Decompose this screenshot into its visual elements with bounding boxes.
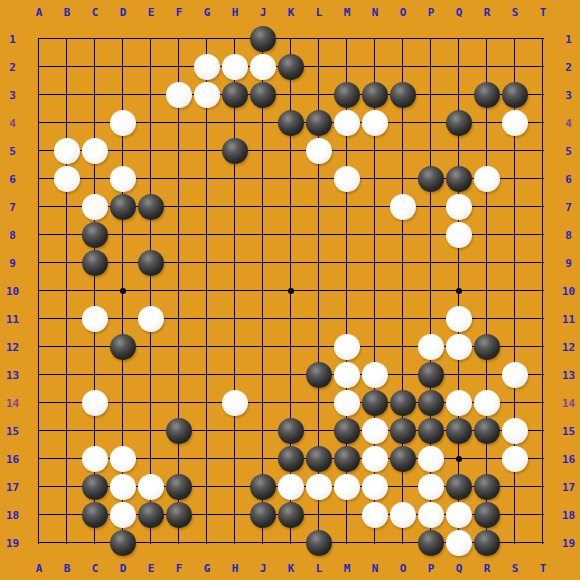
intersection-H3[interactable] xyxy=(221,81,249,109)
intersection-A2[interactable] xyxy=(25,53,53,81)
intersection-E7[interactable] xyxy=(137,193,165,221)
intersection-K12[interactable] xyxy=(277,333,305,361)
intersection-C14[interactable] xyxy=(81,389,109,417)
intersection-L11[interactable] xyxy=(305,305,333,333)
intersection-C12[interactable] xyxy=(81,333,109,361)
intersection-G14[interactable] xyxy=(193,389,221,417)
intersection-S11[interactable] xyxy=(501,305,529,333)
intersection-S8[interactable] xyxy=(501,221,529,249)
intersection-J8[interactable] xyxy=(249,221,277,249)
intersection-S2[interactable] xyxy=(501,53,529,81)
intersection-G17[interactable] xyxy=(193,473,221,501)
intersection-E19[interactable] xyxy=(137,529,165,557)
intersection-L9[interactable] xyxy=(305,249,333,277)
intersection-C3[interactable] xyxy=(81,81,109,109)
intersection-R18[interactable] xyxy=(473,501,501,529)
intersection-J15[interactable] xyxy=(249,417,277,445)
intersection-R12[interactable] xyxy=(473,333,501,361)
intersection-B4[interactable] xyxy=(53,109,81,137)
intersection-N2[interactable] xyxy=(361,53,389,81)
intersection-H7[interactable] xyxy=(221,193,249,221)
intersection-R19[interactable] xyxy=(473,529,501,557)
intersection-P9[interactable] xyxy=(417,249,445,277)
intersection-C19[interactable] xyxy=(81,529,109,557)
intersection-R11[interactable] xyxy=(473,305,501,333)
intersection-F4[interactable] xyxy=(165,109,193,137)
intersection-F9[interactable] xyxy=(165,249,193,277)
intersection-L19[interactable] xyxy=(305,529,333,557)
intersection-E3[interactable] xyxy=(137,81,165,109)
intersection-M5[interactable] xyxy=(333,137,361,165)
intersection-N18[interactable] xyxy=(361,501,389,529)
intersection-M15[interactable] xyxy=(333,417,361,445)
intersection-R2[interactable] xyxy=(473,53,501,81)
intersection-E6[interactable] xyxy=(137,165,165,193)
intersection-C17[interactable] xyxy=(81,473,109,501)
intersection-M16[interactable] xyxy=(333,445,361,473)
intersection-J12[interactable] xyxy=(249,333,277,361)
intersection-D3[interactable] xyxy=(109,81,137,109)
intersection-B6[interactable] xyxy=(53,165,81,193)
intersection-N9[interactable] xyxy=(361,249,389,277)
intersection-N14[interactable] xyxy=(361,389,389,417)
intersection-P3[interactable] xyxy=(417,81,445,109)
intersection-N17[interactable] xyxy=(361,473,389,501)
intersection-Q6[interactable] xyxy=(445,165,473,193)
intersection-O7[interactable] xyxy=(389,193,417,221)
intersection-Q5[interactable] xyxy=(445,137,473,165)
intersection-D10[interactable] xyxy=(109,277,137,305)
intersection-P14[interactable] xyxy=(417,389,445,417)
intersection-K6[interactable] xyxy=(277,165,305,193)
intersection-S7[interactable] xyxy=(501,193,529,221)
intersection-O13[interactable] xyxy=(389,361,417,389)
intersection-A14[interactable] xyxy=(25,389,53,417)
intersection-R9[interactable] xyxy=(473,249,501,277)
intersection-M3[interactable] xyxy=(333,81,361,109)
intersection-C2[interactable] xyxy=(81,53,109,81)
intersection-M2[interactable] xyxy=(333,53,361,81)
intersection-G12[interactable] xyxy=(193,333,221,361)
intersection-A3[interactable] xyxy=(25,81,53,109)
intersection-A6[interactable] xyxy=(25,165,53,193)
intersection-S17[interactable] xyxy=(501,473,529,501)
intersection-M18[interactable] xyxy=(333,501,361,529)
intersection-B18[interactable] xyxy=(53,501,81,529)
intersection-C16[interactable] xyxy=(81,445,109,473)
intersection-F17[interactable] xyxy=(165,473,193,501)
intersection-T14[interactable] xyxy=(529,389,557,417)
intersection-S16[interactable] xyxy=(501,445,529,473)
intersection-F19[interactable] xyxy=(165,529,193,557)
intersection-P18[interactable] xyxy=(417,501,445,529)
intersection-T3[interactable] xyxy=(529,81,557,109)
intersection-O3[interactable] xyxy=(389,81,417,109)
intersection-P13[interactable] xyxy=(417,361,445,389)
intersection-P19[interactable] xyxy=(417,529,445,557)
intersection-B12[interactable] xyxy=(53,333,81,361)
intersection-E8[interactable] xyxy=(137,221,165,249)
intersection-Q7[interactable] xyxy=(445,193,473,221)
intersection-M17[interactable] xyxy=(333,473,361,501)
intersection-S13[interactable] xyxy=(501,361,529,389)
intersection-O17[interactable] xyxy=(389,473,417,501)
intersection-H4[interactable] xyxy=(221,109,249,137)
intersection-D5[interactable] xyxy=(109,137,137,165)
intersection-O14[interactable] xyxy=(389,389,417,417)
intersection-F2[interactable] xyxy=(165,53,193,81)
intersection-A11[interactable] xyxy=(25,305,53,333)
intersection-N12[interactable] xyxy=(361,333,389,361)
intersection-F3[interactable] xyxy=(165,81,193,109)
intersection-K16[interactable] xyxy=(277,445,305,473)
intersection-F1[interactable] xyxy=(165,25,193,53)
intersection-G7[interactable] xyxy=(193,193,221,221)
intersection-N6[interactable] xyxy=(361,165,389,193)
intersection-D15[interactable] xyxy=(109,417,137,445)
intersection-N1[interactable] xyxy=(361,25,389,53)
intersection-G13[interactable] xyxy=(193,361,221,389)
intersection-K2[interactable] xyxy=(277,53,305,81)
intersection-S6[interactable] xyxy=(501,165,529,193)
intersection-Q14[interactable] xyxy=(445,389,473,417)
intersection-M9[interactable] xyxy=(333,249,361,277)
intersection-T16[interactable] xyxy=(529,445,557,473)
intersection-J18[interactable] xyxy=(249,501,277,529)
intersection-R13[interactable] xyxy=(473,361,501,389)
intersection-L7[interactable] xyxy=(305,193,333,221)
intersection-F18[interactable] xyxy=(165,501,193,529)
intersection-B19[interactable] xyxy=(53,529,81,557)
intersection-H1[interactable] xyxy=(221,25,249,53)
intersection-L1[interactable] xyxy=(305,25,333,53)
intersection-S3[interactable] xyxy=(501,81,529,109)
intersection-O1[interactable] xyxy=(389,25,417,53)
intersection-E1[interactable] xyxy=(137,25,165,53)
intersection-R15[interactable] xyxy=(473,417,501,445)
intersection-F8[interactable] xyxy=(165,221,193,249)
intersection-O8[interactable] xyxy=(389,221,417,249)
intersection-K9[interactable] xyxy=(277,249,305,277)
intersection-G15[interactable] xyxy=(193,417,221,445)
intersection-C7[interactable] xyxy=(81,193,109,221)
intersection-M1[interactable] xyxy=(333,25,361,53)
intersection-A1[interactable] xyxy=(25,25,53,53)
intersection-R6[interactable] xyxy=(473,165,501,193)
intersection-M10[interactable] xyxy=(333,277,361,305)
intersection-P10[interactable] xyxy=(417,277,445,305)
intersection-K17[interactable] xyxy=(277,473,305,501)
intersection-Q1[interactable] xyxy=(445,25,473,53)
intersection-R8[interactable] xyxy=(473,221,501,249)
intersection-J5[interactable] xyxy=(249,137,277,165)
intersection-J4[interactable] xyxy=(249,109,277,137)
intersection-G4[interactable] xyxy=(193,109,221,137)
intersection-G1[interactable] xyxy=(193,25,221,53)
intersection-M8[interactable] xyxy=(333,221,361,249)
intersection-C13[interactable] xyxy=(81,361,109,389)
intersection-D17[interactable] xyxy=(109,473,137,501)
intersection-P4[interactable] xyxy=(417,109,445,137)
intersection-K15[interactable] xyxy=(277,417,305,445)
intersection-L13[interactable] xyxy=(305,361,333,389)
intersection-M14[interactable] xyxy=(333,389,361,417)
intersection-T1[interactable] xyxy=(529,25,557,53)
intersection-D6[interactable] xyxy=(109,165,137,193)
intersection-N15[interactable] xyxy=(361,417,389,445)
intersection-P6[interactable] xyxy=(417,165,445,193)
intersection-B8[interactable] xyxy=(53,221,81,249)
intersection-F16[interactable] xyxy=(165,445,193,473)
intersection-R1[interactable] xyxy=(473,25,501,53)
intersection-H12[interactable] xyxy=(221,333,249,361)
intersection-A16[interactable] xyxy=(25,445,53,473)
intersection-T5[interactable] xyxy=(529,137,557,165)
intersection-N4[interactable] xyxy=(361,109,389,137)
intersection-F14[interactable] xyxy=(165,389,193,417)
intersection-K13[interactable] xyxy=(277,361,305,389)
intersection-C9[interactable] xyxy=(81,249,109,277)
intersection-L16[interactable] xyxy=(305,445,333,473)
intersection-T9[interactable] xyxy=(529,249,557,277)
intersection-K11[interactable] xyxy=(277,305,305,333)
intersection-A8[interactable] xyxy=(25,221,53,249)
intersection-G6[interactable] xyxy=(193,165,221,193)
intersection-E2[interactable] xyxy=(137,53,165,81)
intersection-Q13[interactable] xyxy=(445,361,473,389)
intersection-G16[interactable] xyxy=(193,445,221,473)
intersection-L12[interactable] xyxy=(305,333,333,361)
intersection-R5[interactable] xyxy=(473,137,501,165)
intersection-O5[interactable] xyxy=(389,137,417,165)
intersection-B5[interactable] xyxy=(53,137,81,165)
intersection-D1[interactable] xyxy=(109,25,137,53)
intersection-C10[interactable] xyxy=(81,277,109,305)
intersection-A13[interactable] xyxy=(25,361,53,389)
intersection-S5[interactable] xyxy=(501,137,529,165)
intersection-H11[interactable] xyxy=(221,305,249,333)
intersection-H13[interactable] xyxy=(221,361,249,389)
intersection-H16[interactable] xyxy=(221,445,249,473)
intersection-E4[interactable] xyxy=(137,109,165,137)
intersection-T11[interactable] xyxy=(529,305,557,333)
intersection-L15[interactable] xyxy=(305,417,333,445)
intersection-K18[interactable] xyxy=(277,501,305,529)
intersection-H2[interactable] xyxy=(221,53,249,81)
intersection-M6[interactable] xyxy=(333,165,361,193)
intersection-T8[interactable] xyxy=(529,221,557,249)
intersection-P12[interactable] xyxy=(417,333,445,361)
intersection-T4[interactable] xyxy=(529,109,557,137)
intersection-H9[interactable] xyxy=(221,249,249,277)
intersection-T2[interactable] xyxy=(529,53,557,81)
intersection-G3[interactable] xyxy=(193,81,221,109)
intersection-H8[interactable] xyxy=(221,221,249,249)
intersection-Q10[interactable] xyxy=(445,277,473,305)
intersection-R17[interactable] xyxy=(473,473,501,501)
intersection-E5[interactable] xyxy=(137,137,165,165)
intersection-P17[interactable] xyxy=(417,473,445,501)
intersection-A12[interactable] xyxy=(25,333,53,361)
intersection-Q11[interactable] xyxy=(445,305,473,333)
intersection-T15[interactable] xyxy=(529,417,557,445)
intersection-L10[interactable] xyxy=(305,277,333,305)
intersection-H6[interactable] xyxy=(221,165,249,193)
intersection-L8[interactable] xyxy=(305,221,333,249)
intersection-A7[interactable] xyxy=(25,193,53,221)
intersection-M12[interactable] xyxy=(333,333,361,361)
intersection-Q8[interactable] xyxy=(445,221,473,249)
intersection-D19[interactable] xyxy=(109,529,137,557)
intersection-Q2[interactable] xyxy=(445,53,473,81)
intersection-L3[interactable] xyxy=(305,81,333,109)
intersection-F15[interactable] xyxy=(165,417,193,445)
intersection-A17[interactable] xyxy=(25,473,53,501)
intersection-S1[interactable] xyxy=(501,25,529,53)
intersection-T10[interactable] xyxy=(529,277,557,305)
intersection-L4[interactable] xyxy=(305,109,333,137)
intersection-O12[interactable] xyxy=(389,333,417,361)
intersection-A9[interactable] xyxy=(25,249,53,277)
intersection-G9[interactable] xyxy=(193,249,221,277)
intersection-H10[interactable] xyxy=(221,277,249,305)
intersection-H14[interactable] xyxy=(221,389,249,417)
intersection-O19[interactable] xyxy=(389,529,417,557)
intersection-J7[interactable] xyxy=(249,193,277,221)
intersection-D8[interactable] xyxy=(109,221,137,249)
intersection-O15[interactable] xyxy=(389,417,417,445)
intersection-E12[interactable] xyxy=(137,333,165,361)
intersection-D12[interactable] xyxy=(109,333,137,361)
intersection-F12[interactable] xyxy=(165,333,193,361)
intersection-S12[interactable] xyxy=(501,333,529,361)
intersection-E16[interactable] xyxy=(137,445,165,473)
intersection-E15[interactable] xyxy=(137,417,165,445)
intersection-N5[interactable] xyxy=(361,137,389,165)
intersection-Q9[interactable] xyxy=(445,249,473,277)
intersection-K8[interactable] xyxy=(277,221,305,249)
intersection-Q16[interactable] xyxy=(445,445,473,473)
intersection-K1[interactable] xyxy=(277,25,305,53)
intersection-O11[interactable] xyxy=(389,305,417,333)
intersection-O4[interactable] xyxy=(389,109,417,137)
intersection-J16[interactable] xyxy=(249,445,277,473)
intersection-N3[interactable] xyxy=(361,81,389,109)
intersection-L14[interactable] xyxy=(305,389,333,417)
intersection-J1[interactable] xyxy=(249,25,277,53)
intersection-E14[interactable] xyxy=(137,389,165,417)
intersection-D16[interactable] xyxy=(109,445,137,473)
intersection-E18[interactable] xyxy=(137,501,165,529)
intersection-B7[interactable] xyxy=(53,193,81,221)
intersection-O2[interactable] xyxy=(389,53,417,81)
intersection-P8[interactable] xyxy=(417,221,445,249)
intersection-D18[interactable] xyxy=(109,501,137,529)
intersection-T17[interactable] xyxy=(529,473,557,501)
intersection-T12[interactable] xyxy=(529,333,557,361)
intersection-S10[interactable] xyxy=(501,277,529,305)
intersection-D2[interactable] xyxy=(109,53,137,81)
intersection-J13[interactable] xyxy=(249,361,277,389)
intersection-B14[interactable] xyxy=(53,389,81,417)
intersection-F13[interactable] xyxy=(165,361,193,389)
intersection-R4[interactable] xyxy=(473,109,501,137)
intersection-L2[interactable] xyxy=(305,53,333,81)
intersection-B16[interactable] xyxy=(53,445,81,473)
intersection-J2[interactable] xyxy=(249,53,277,81)
intersection-C6[interactable] xyxy=(81,165,109,193)
intersection-B13[interactable] xyxy=(53,361,81,389)
intersection-M13[interactable] xyxy=(333,361,361,389)
intersection-E9[interactable] xyxy=(137,249,165,277)
intersection-O10[interactable] xyxy=(389,277,417,305)
intersection-E11[interactable] xyxy=(137,305,165,333)
intersection-O6[interactable] xyxy=(389,165,417,193)
intersection-Q18[interactable] xyxy=(445,501,473,529)
intersection-G8[interactable] xyxy=(193,221,221,249)
intersection-S9[interactable] xyxy=(501,249,529,277)
intersection-T7[interactable] xyxy=(529,193,557,221)
intersection-J11[interactable] xyxy=(249,305,277,333)
intersection-T18[interactable] xyxy=(529,501,557,529)
intersection-F11[interactable] xyxy=(165,305,193,333)
intersection-E17[interactable] xyxy=(137,473,165,501)
intersection-H15[interactable] xyxy=(221,417,249,445)
intersection-A10[interactable] xyxy=(25,277,53,305)
intersection-G10[interactable] xyxy=(193,277,221,305)
intersection-A18[interactable] xyxy=(25,501,53,529)
intersection-G18[interactable] xyxy=(193,501,221,529)
intersection-F7[interactable] xyxy=(165,193,193,221)
intersection-Q12[interactable] xyxy=(445,333,473,361)
intersection-A19[interactable] xyxy=(25,529,53,557)
intersection-Q19[interactable] xyxy=(445,529,473,557)
intersection-M4[interactable] xyxy=(333,109,361,137)
intersection-N13[interactable] xyxy=(361,361,389,389)
intersection-B17[interactable] xyxy=(53,473,81,501)
intersection-S15[interactable] xyxy=(501,417,529,445)
intersection-M19[interactable] xyxy=(333,529,361,557)
intersection-K3[interactable] xyxy=(277,81,305,109)
intersection-N10[interactable] xyxy=(361,277,389,305)
intersection-N19[interactable] xyxy=(361,529,389,557)
intersection-P11[interactable] xyxy=(417,305,445,333)
intersection-A5[interactable] xyxy=(25,137,53,165)
intersection-B2[interactable] xyxy=(53,53,81,81)
intersection-P1[interactable] xyxy=(417,25,445,53)
intersection-L17[interactable] xyxy=(305,473,333,501)
intersection-T19[interactable] xyxy=(529,529,557,557)
intersection-O9[interactable] xyxy=(389,249,417,277)
intersection-F5[interactable] xyxy=(165,137,193,165)
intersection-F10[interactable] xyxy=(165,277,193,305)
intersection-C4[interactable] xyxy=(81,109,109,137)
intersection-B10[interactable] xyxy=(53,277,81,305)
intersection-P7[interactable] xyxy=(417,193,445,221)
intersection-L6[interactable] xyxy=(305,165,333,193)
intersection-P5[interactable] xyxy=(417,137,445,165)
intersection-H18[interactable] xyxy=(221,501,249,529)
intersection-S14[interactable] xyxy=(501,389,529,417)
intersection-K14[interactable] xyxy=(277,389,305,417)
intersection-Q3[interactable] xyxy=(445,81,473,109)
intersection-S19[interactable] xyxy=(501,529,529,557)
intersection-G2[interactable] xyxy=(193,53,221,81)
intersection-A15[interactable] xyxy=(25,417,53,445)
intersection-A4[interactable] xyxy=(25,109,53,137)
intersection-N7[interactable] xyxy=(361,193,389,221)
intersection-S18[interactable] xyxy=(501,501,529,529)
